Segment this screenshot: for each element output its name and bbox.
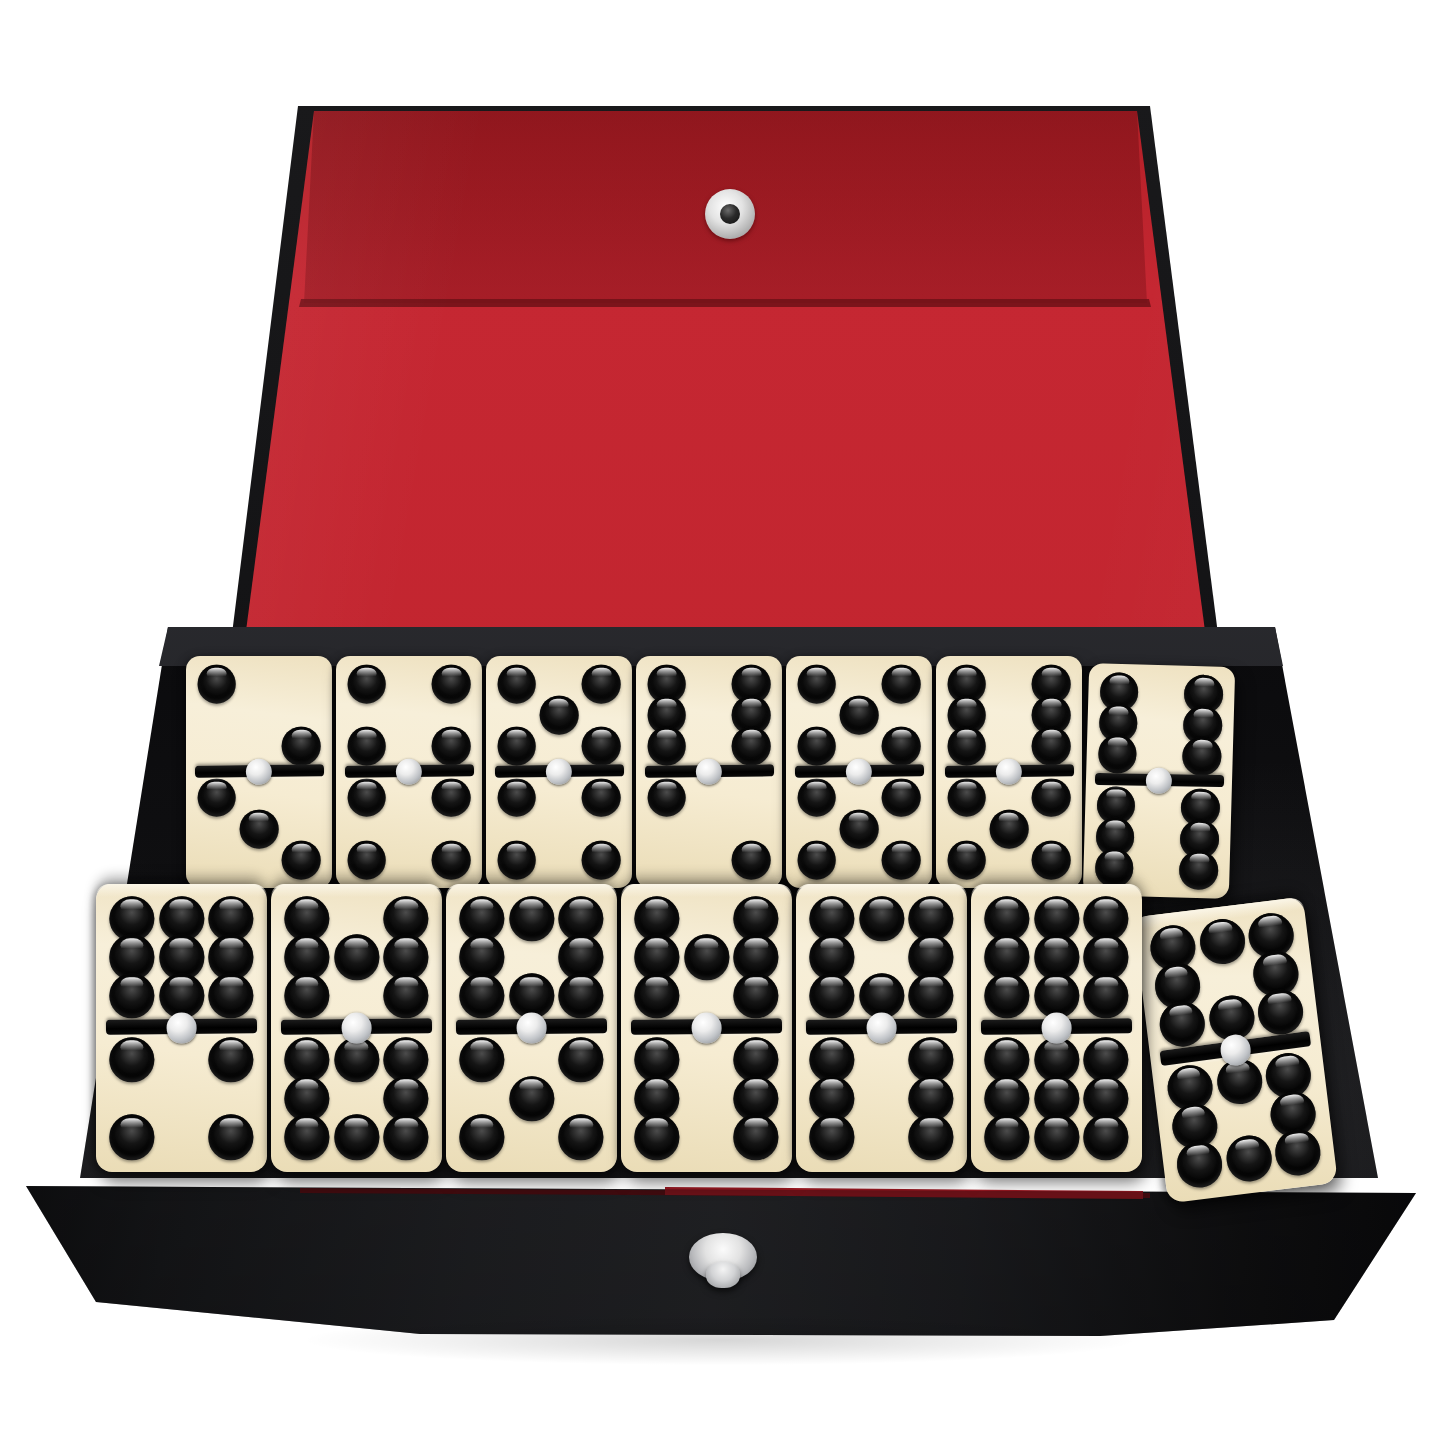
pip xyxy=(647,727,686,766)
domino-8-5[interactable] xyxy=(446,884,617,1172)
pip xyxy=(984,973,1029,1018)
pip xyxy=(582,727,621,766)
half-top-4 xyxy=(336,666,482,763)
domino-2-3[interactable] xyxy=(186,656,332,888)
domino-7-6[interactable] xyxy=(621,884,792,1172)
half-bottom-8 xyxy=(271,1038,442,1159)
pip xyxy=(558,973,603,1018)
pip xyxy=(1174,1139,1224,1189)
pip xyxy=(459,1115,504,1160)
half-bottom-5 xyxy=(936,780,1082,877)
pip xyxy=(509,1076,554,1121)
pip xyxy=(908,1115,953,1160)
half-top-9 xyxy=(971,897,1142,1018)
pip xyxy=(582,665,621,704)
pip xyxy=(432,778,471,817)
pip xyxy=(797,841,836,880)
half-bottom-4 xyxy=(336,780,482,877)
half-top-6 xyxy=(636,666,782,763)
pip xyxy=(634,973,679,1018)
pip xyxy=(1032,727,1071,766)
pip xyxy=(284,973,329,1018)
pip xyxy=(840,696,879,735)
pip xyxy=(497,727,536,766)
pip xyxy=(432,727,471,766)
pip xyxy=(733,1115,778,1160)
half-bottom-5 xyxy=(786,780,932,877)
pip xyxy=(1098,734,1138,774)
pip xyxy=(1094,848,1134,888)
pip xyxy=(1032,778,1071,817)
pip xyxy=(497,778,536,817)
pip xyxy=(882,778,921,817)
pip xyxy=(347,778,386,817)
pip xyxy=(208,973,253,1018)
pip xyxy=(1256,987,1306,1037)
spinner-pin xyxy=(516,1013,547,1044)
pip xyxy=(109,973,154,1018)
pip xyxy=(509,896,554,941)
pip xyxy=(334,1037,379,1082)
half-bottom-4 xyxy=(486,780,632,877)
domino-6-5[interactable] xyxy=(936,656,1082,888)
pip xyxy=(634,1115,679,1160)
half-top-5 xyxy=(786,666,932,763)
pip xyxy=(208,1037,253,1082)
pip xyxy=(497,665,536,704)
domino-9-4[interactable] xyxy=(96,884,267,1172)
pip xyxy=(797,727,836,766)
flap-snap-stud[interactable] xyxy=(706,1262,740,1288)
pip xyxy=(109,1115,154,1160)
pip xyxy=(840,809,879,848)
pip xyxy=(1273,1127,1323,1177)
half-top-2 xyxy=(186,666,332,763)
half-top-8 xyxy=(1135,910,1319,1051)
pip xyxy=(197,665,236,704)
pip xyxy=(797,665,836,704)
pip xyxy=(882,665,921,704)
pip xyxy=(282,841,321,880)
pip xyxy=(109,1037,154,1082)
domino-9-9[interactable] xyxy=(971,884,1142,1172)
pip xyxy=(240,809,279,848)
half-top-6 xyxy=(1086,673,1235,774)
half-top-6 xyxy=(936,666,1082,763)
pip xyxy=(432,841,471,880)
spinner-pin xyxy=(691,1013,722,1044)
pip xyxy=(334,935,379,980)
spinner-pin xyxy=(1041,1013,1072,1044)
domino-case-photo xyxy=(0,0,1445,1445)
domino-5-5[interactable] xyxy=(786,656,932,888)
domino-6-2[interactable] xyxy=(636,656,782,888)
pip xyxy=(1083,1115,1128,1160)
domino-7-8[interactable] xyxy=(271,884,442,1172)
pip xyxy=(558,1037,603,1082)
half-bottom-6 xyxy=(621,1038,792,1159)
pip xyxy=(1197,916,1247,966)
pip xyxy=(282,727,321,766)
pip xyxy=(732,841,771,880)
half-top-8 xyxy=(796,897,967,1018)
half-top-8 xyxy=(446,897,617,1018)
pip xyxy=(347,665,386,704)
spinner-pin xyxy=(866,1013,897,1044)
spinner-pin xyxy=(341,1013,372,1044)
pip xyxy=(432,665,471,704)
pip xyxy=(459,1037,504,1082)
half-top-5 xyxy=(486,666,632,763)
pip xyxy=(208,1115,253,1160)
case-shadow xyxy=(140,1305,1300,1375)
pip xyxy=(459,973,504,1018)
pip xyxy=(797,778,836,817)
pip xyxy=(347,841,386,880)
pip xyxy=(809,973,854,1018)
pip xyxy=(882,727,921,766)
half-bottom-4 xyxy=(96,1038,267,1159)
domino-6-6[interactable] xyxy=(1083,663,1235,899)
half-bottom-9 xyxy=(971,1038,1142,1159)
pip xyxy=(947,727,986,766)
pip xyxy=(347,727,386,766)
pip xyxy=(197,778,236,817)
half-bottom-5 xyxy=(446,1038,617,1159)
pip xyxy=(334,1115,379,1160)
pip xyxy=(1224,1133,1274,1183)
pip xyxy=(882,841,921,880)
pip xyxy=(684,935,729,980)
domino-8-8[interactable] xyxy=(1133,897,1338,1204)
pip xyxy=(497,841,536,880)
half-top-7 xyxy=(621,897,792,1018)
half-bottom-3 xyxy=(186,780,332,877)
domino-8-6[interactable] xyxy=(796,884,967,1172)
half-bottom-2 xyxy=(636,780,782,877)
pip xyxy=(947,841,986,880)
pip xyxy=(1179,850,1219,890)
pip xyxy=(990,809,1029,848)
pip xyxy=(383,1115,428,1160)
pip xyxy=(809,1115,854,1160)
pip xyxy=(558,1115,603,1160)
half-top-7 xyxy=(271,897,442,1018)
pip xyxy=(1182,737,1222,777)
half-bottom-6 xyxy=(1083,787,1232,888)
pip xyxy=(984,1115,1029,1160)
domino-5-4[interactable] xyxy=(486,656,632,888)
pip xyxy=(582,778,621,817)
pip xyxy=(732,727,771,766)
pip xyxy=(582,841,621,880)
pip xyxy=(1083,973,1128,1018)
pip xyxy=(908,973,953,1018)
half-bottom-8 xyxy=(1152,1050,1336,1191)
half-bottom-6 xyxy=(796,1038,967,1159)
pip xyxy=(383,973,428,1018)
half-top-9 xyxy=(96,897,267,1018)
pip xyxy=(1032,841,1071,880)
pip xyxy=(733,973,778,1018)
pip xyxy=(1157,999,1207,1049)
domino-4-4[interactable] xyxy=(336,656,482,888)
pip xyxy=(947,778,986,817)
pip xyxy=(647,778,686,817)
spinner-pin xyxy=(166,1013,197,1044)
pip xyxy=(540,696,579,735)
pip xyxy=(859,896,904,941)
pip xyxy=(284,1115,329,1160)
pip xyxy=(1034,1115,1079,1160)
